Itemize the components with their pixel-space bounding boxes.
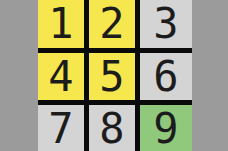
cell-r3c1[interactable]: 7 bbox=[38, 105, 84, 151]
cell-r2c2[interactable]: 5 bbox=[89, 53, 135, 100]
cell-r3c3[interactable]: 9 bbox=[140, 105, 192, 151]
cell-r3c2[interactable]: 8 bbox=[89, 105, 135, 151]
cell-r2c1[interactable]: 4 bbox=[38, 53, 84, 100]
board-background: 1 2 3 4 5 6 7 8 9 bbox=[0, 0, 228, 151]
cell-r1c3[interactable]: 3 bbox=[140, 0, 192, 48]
cell-r1c1[interactable]: 1 bbox=[38, 0, 84, 48]
cell-r1c2[interactable]: 2 bbox=[89, 0, 135, 48]
number-grid-board: 1 2 3 4 5 6 7 8 9 bbox=[38, 0, 192, 151]
cell-r2c3[interactable]: 6 bbox=[140, 53, 192, 100]
